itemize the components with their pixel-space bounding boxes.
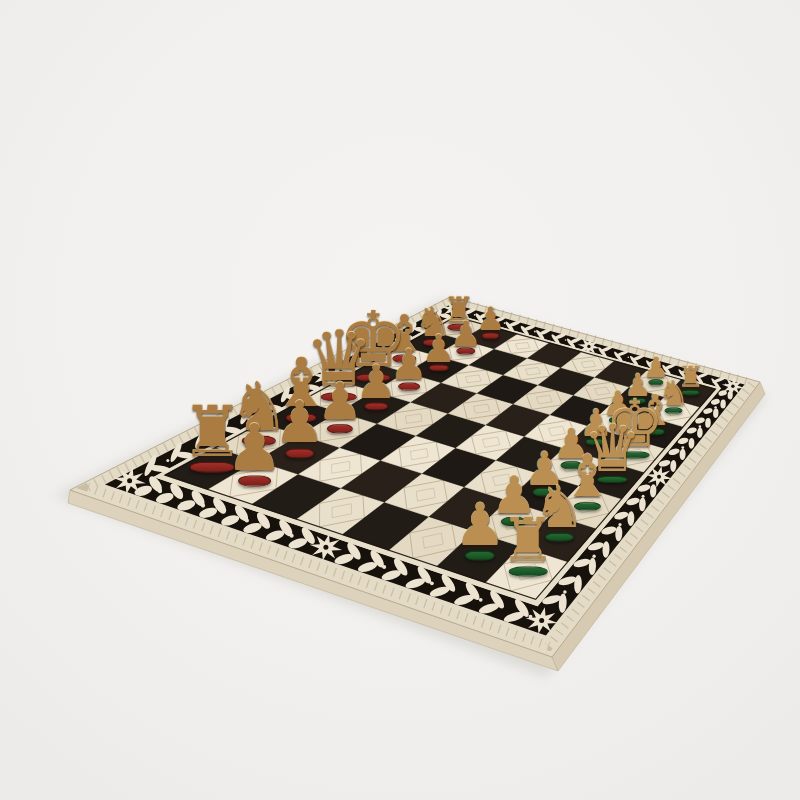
vine-dot bbox=[618, 523, 621, 526]
vine-dot bbox=[628, 357, 630, 359]
vine-dot bbox=[660, 365, 662, 367]
star-center-dot bbox=[127, 478, 132, 483]
chess-set-photo: ♜♞♝♛♚♝♞♜♟♟♟♟♟♟♟♟♟♟♟♟♟♟♟♟♜♞♝♛♚♝♞♜ bbox=[0, 0, 800, 800]
vine-dot bbox=[692, 374, 694, 376]
chess-board bbox=[0, 0, 800, 800]
vine-dot bbox=[297, 390, 300, 393]
vine-dot bbox=[714, 406, 717, 409]
vine-dot bbox=[534, 331, 536, 333]
vine-dot bbox=[565, 339, 567, 341]
star-center-dot bbox=[452, 307, 455, 310]
star-center-dot bbox=[324, 375, 328, 379]
vine-dot bbox=[592, 555, 595, 558]
vine-dot bbox=[166, 459, 169, 462]
vine-dot bbox=[258, 410, 261, 413]
vine-dot bbox=[504, 322, 506, 324]
vine-dot bbox=[158, 489, 162, 493]
vine-dot bbox=[699, 425, 702, 428]
vine-dot bbox=[430, 581, 434, 585]
star-center-dot bbox=[323, 545, 328, 550]
vine-dot bbox=[201, 504, 205, 508]
star-center-dot bbox=[539, 618, 544, 623]
star-center-dot bbox=[657, 475, 661, 479]
vine-dot bbox=[642, 495, 645, 498]
vine-dot bbox=[382, 565, 386, 569]
vine-dot bbox=[290, 534, 294, 538]
vine-dot bbox=[681, 446, 684, 449]
vine-dot bbox=[479, 598, 483, 602]
star-center-dot bbox=[731, 385, 734, 388]
vine-dot bbox=[563, 590, 567, 594]
star-center-dot bbox=[587, 345, 590, 348]
vine-dot bbox=[474, 314, 476, 316]
vine-dot bbox=[215, 433, 218, 436]
vine-dot bbox=[245, 518, 249, 522]
